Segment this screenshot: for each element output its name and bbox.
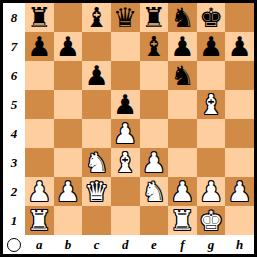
square-d5[interactable]: ♟ <box>111 90 140 119</box>
square-c7[interactable] <box>82 32 111 61</box>
square-g3[interactable] <box>197 148 226 177</box>
file-label-d: d <box>111 235 140 254</box>
white-knight-c3[interactable]: ♞ <box>84 149 108 176</box>
black-bishop-c8[interactable]: ♝ <box>84 4 108 31</box>
square-e7[interactable]: ♝ <box>140 32 169 61</box>
white-rook-a1[interactable]: ♜ <box>27 207 51 234</box>
square-g2[interactable]: ♟ <box>197 177 226 206</box>
black-pawn-b7[interactable]: ♟ <box>56 33 80 60</box>
square-a8[interactable]: ♜ <box>25 3 54 32</box>
white-king-g1[interactable]: ♚ <box>199 207 223 234</box>
black-queen-d8[interactable]: ♛ <box>113 4 137 31</box>
square-f1[interactable]: ♜ <box>168 206 197 235</box>
white-pawn-a2[interactable]: ♟ <box>27 178 51 205</box>
black-rook-e8[interactable]: ♜ <box>142 4 166 31</box>
white-knight-e2[interactable]: ♞ <box>142 178 166 205</box>
square-a6[interactable] <box>25 61 54 90</box>
square-h5[interactable] <box>225 90 254 119</box>
file-label-h: h <box>225 235 254 254</box>
square-b1[interactable] <box>54 206 83 235</box>
square-h7[interactable]: ♟ <box>225 32 254 61</box>
square-f2[interactable]: ♟ <box>168 177 197 206</box>
rank-label-4: 4 <box>3 119 25 148</box>
square-e3[interactable]: ♟ <box>140 148 169 177</box>
square-d6[interactable] <box>111 61 140 90</box>
square-a4[interactable] <box>25 119 54 148</box>
square-c4[interactable] <box>82 119 111 148</box>
rank-label-6: 6 <box>3 61 25 90</box>
square-d7[interactable] <box>111 32 140 61</box>
black-pawn-d5[interactable]: ♟ <box>113 91 137 118</box>
square-b6[interactable] <box>54 61 83 90</box>
square-d8[interactable]: ♛ <box>111 3 140 32</box>
black-king-g8[interactable]: ♚ <box>199 4 223 31</box>
file-label-a: a <box>25 235 54 254</box>
square-c1[interactable] <box>82 206 111 235</box>
square-b2[interactable]: ♟ <box>54 177 83 206</box>
square-h1[interactable] <box>225 206 254 235</box>
white-pawn-h2[interactable]: ♟ <box>228 178 252 205</box>
square-h8[interactable] <box>225 3 254 32</box>
white-queen-c2[interactable]: ♛ <box>84 178 108 205</box>
black-knight-f6[interactable]: ♞ <box>170 62 194 89</box>
rank-label-7: 7 <box>3 32 25 61</box>
square-c6[interactable]: ♟ <box>82 61 111 90</box>
black-pawn-h7[interactable]: ♟ <box>228 33 252 60</box>
square-h2[interactable]: ♟ <box>225 177 254 206</box>
square-b3[interactable] <box>54 148 83 177</box>
square-e6[interactable] <box>140 61 169 90</box>
file-label-f: f <box>168 235 197 254</box>
square-g7[interactable]: ♟ <box>197 32 226 61</box>
square-h4[interactable] <box>225 119 254 148</box>
file-label-b: b <box>54 235 83 254</box>
file-label-g: g <box>197 235 226 254</box>
square-a2[interactable]: ♟ <box>25 177 54 206</box>
black-bishop-e7[interactable]: ♝ <box>142 33 166 60</box>
black-pawn-a7[interactable]: ♟ <box>27 33 51 60</box>
square-a1[interactable]: ♜ <box>25 206 54 235</box>
square-h3[interactable] <box>225 148 254 177</box>
rank-label-2: 2 <box>3 177 25 206</box>
square-h6[interactable] <box>225 61 254 90</box>
square-c5[interactable] <box>82 90 111 119</box>
square-f8[interactable]: ♞ <box>168 3 197 32</box>
black-pawn-c6[interactable]: ♟ <box>84 62 108 89</box>
black-knight-f8[interactable]: ♞ <box>170 4 194 31</box>
square-g4[interactable] <box>197 119 226 148</box>
chess-board: ♜♝♛♜♞♚♟♟♝♟♟♟♟♞♟♝♟♞♝♟♟♟♛♞♟♟♟♜♜♚ <box>25 3 254 235</box>
rank-labels: 87654321 <box>3 3 25 235</box>
black-rook-a8[interactable]: ♜ <box>27 4 51 31</box>
square-f7[interactable]: ♟ <box>168 32 197 61</box>
square-e4[interactable] <box>140 119 169 148</box>
white-bishop-d3[interactable]: ♝ <box>113 149 137 176</box>
chess-diagram: 87654321 ♜♝♛♜♞♚♟♟♝♟♟♟♟♞♟♝♟♞♝♟♟♟♛♞♟♟♟♜♜♚ … <box>0 0 257 257</box>
file-labels: abcdefgh <box>25 235 254 254</box>
square-c3[interactable]: ♞ <box>82 148 111 177</box>
square-a7[interactable]: ♟ <box>25 32 54 61</box>
white-to-move-indicator-icon <box>7 238 21 252</box>
rank-label-8: 8 <box>3 3 25 32</box>
white-pawn-d4[interactable]: ♟ <box>113 120 137 147</box>
white-pawn-b2[interactable]: ♟ <box>56 178 80 205</box>
square-f3[interactable] <box>168 148 197 177</box>
square-b8[interactable] <box>54 3 83 32</box>
square-g8[interactable]: ♚ <box>197 3 226 32</box>
white-pawn-g2[interactable]: ♟ <box>199 178 223 205</box>
square-e2[interactable]: ♞ <box>140 177 169 206</box>
square-e5[interactable] <box>140 90 169 119</box>
square-b4[interactable] <box>54 119 83 148</box>
square-f6[interactable]: ♞ <box>168 61 197 90</box>
black-pawn-f7[interactable]: ♟ <box>170 33 194 60</box>
square-b5[interactable] <box>54 90 83 119</box>
rank-label-5: 5 <box>3 90 25 119</box>
corner-cell <box>3 235 25 254</box>
file-label-c: c <box>82 235 111 254</box>
square-d2[interactable] <box>111 177 140 206</box>
rank-label-3: 3 <box>3 148 25 177</box>
white-pawn-e3[interactable]: ♟ <box>142 149 166 176</box>
square-d3[interactable]: ♝ <box>111 148 140 177</box>
square-g5[interactable]: ♝ <box>197 90 226 119</box>
square-c8[interactable]: ♝ <box>82 3 111 32</box>
square-e1[interactable] <box>140 206 169 235</box>
rank-label-1: 1 <box>3 206 25 235</box>
square-g1[interactable]: ♚ <box>197 206 226 235</box>
black-pawn-g7[interactable]: ♟ <box>199 33 223 60</box>
white-bishop-g5[interactable]: ♝ <box>199 91 223 118</box>
square-c2[interactable]: ♛ <box>82 177 111 206</box>
square-d1[interactable] <box>111 206 140 235</box>
square-e8[interactable]: ♜ <box>140 3 169 32</box>
square-a3[interactable] <box>25 148 54 177</box>
square-b7[interactable]: ♟ <box>54 32 83 61</box>
square-f4[interactable] <box>168 119 197 148</box>
square-d4[interactable]: ♟ <box>111 119 140 148</box>
square-a5[interactable] <box>25 90 54 119</box>
square-g6[interactable] <box>197 61 226 90</box>
file-label-e: e <box>140 235 169 254</box>
white-pawn-f2[interactable]: ♟ <box>170 178 194 205</box>
white-rook-f1[interactable]: ♜ <box>170 207 194 234</box>
square-f5[interactable] <box>168 90 197 119</box>
